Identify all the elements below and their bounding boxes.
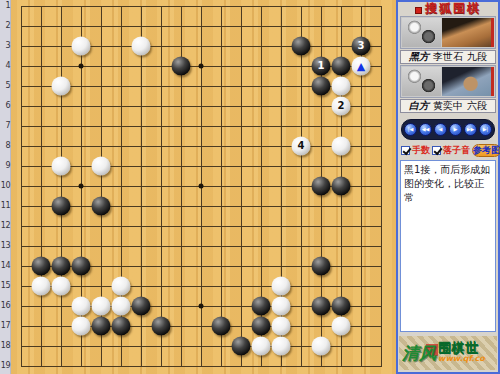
white-stone <box>72 317 91 336</box>
white-player-rank: 六段 <box>467 100 487 112</box>
black-stone <box>252 297 271 316</box>
black-stone <box>312 297 331 316</box>
black-stone <box>152 317 171 336</box>
star-point <box>199 64 204 69</box>
ctrl-fast-forward-button[interactable]: ▶▶ <box>464 123 477 136</box>
sidebar: 搜狐围棋 黑方 李世石 九段 白方 黄奕中 六段 |◀◀ <box>392 0 500 374</box>
black-player-panel <box>400 16 496 49</box>
logo-text-block: 围棋世 www.qf.co <box>438 342 485 364</box>
row-label-11: 11 <box>0 201 10 211</box>
white-player-name-bar: 白方 黄奕中 六段 <box>400 99 496 113</box>
row-label-14: 14 <box>0 261 10 271</box>
white-stone <box>92 157 111 176</box>
ctrl-fast-back-button[interactable]: ◀◀ <box>419 123 432 136</box>
black-player-rank: 九段 <box>467 51 487 63</box>
black-stones-thumbnail <box>402 18 441 47</box>
black-stone <box>212 317 231 336</box>
white-stone <box>272 317 291 336</box>
row-label-4: 4 <box>0 61 10 71</box>
white-stone <box>72 37 91 56</box>
ctrl-back-button[interactable]: ◀ <box>434 123 447 136</box>
row-label-3: 3 <box>0 41 10 51</box>
black-stone <box>332 177 351 196</box>
white-stone <box>272 297 291 316</box>
ctrl-last-button[interactable]: ▶| <box>479 123 492 136</box>
black-player-name: 李世石 <box>433 51 463 63</box>
stone-sound-label: 落子音 <box>443 144 470 157</box>
black-stone <box>92 317 111 336</box>
goban[interactable]: 12345678910111213141516171819 1234▲ <box>0 0 392 374</box>
white-stone <box>52 157 71 176</box>
white-player-name: 黄奕中 <box>433 100 463 112</box>
move-number-2: 2 <box>338 101 345 111</box>
black-stone <box>312 257 331 276</box>
row-label-13: 13 <box>0 241 10 251</box>
black-stone <box>172 57 191 76</box>
black-stone <box>32 257 51 276</box>
app-title: 搜狐围棋 <box>425 2 481 15</box>
black-stone <box>312 77 331 96</box>
move-number-4: 4 <box>298 141 305 151</box>
white-stone <box>252 337 271 356</box>
logo-brand-calligraphy: 清风 <box>402 342 436 365</box>
options-row: 手数 落子音 参考图 <box>399 143 497 157</box>
black-stone <box>332 297 351 316</box>
white-stone <box>112 297 131 316</box>
row-label-16: 16 <box>0 301 10 311</box>
black-stone <box>112 317 131 336</box>
row-label-8: 8 <box>0 141 10 151</box>
black-stone <box>312 177 331 196</box>
row-label-19: 19 <box>0 361 10 371</box>
black-stone <box>252 317 271 336</box>
side-panel: 搜狐围棋 黑方 李世石 九段 白方 黄奕中 六段 |◀◀ <box>396 0 500 374</box>
move-numbers-checkbox[interactable] <box>401 146 410 155</box>
row-label-9: 9 <box>0 161 10 171</box>
row-label-10: 10 <box>0 181 10 191</box>
star-point <box>199 184 204 189</box>
go-review-window: 12345678910111213141516171819 1234▲ 搜狐围棋… <box>0 0 500 374</box>
white-stone <box>132 37 151 56</box>
white-stone <box>272 337 291 356</box>
commentary-text: 黑1接，而后形成如图的变化，比较正常 <box>404 164 490 203</box>
ctrl-forward-button[interactable]: ▶ <box>449 123 462 136</box>
black-stone <box>72 257 91 276</box>
site-logo: 清风 围棋世 www.qf.co <box>399 336 497 370</box>
row-label-12: 12 <box>0 221 10 231</box>
row-label-7: 7 <box>0 121 10 131</box>
move-numbers-label: 手数 <box>412 144 430 157</box>
black-stone <box>232 337 251 356</box>
row-label-17: 17 <box>0 321 10 331</box>
white-stone <box>332 317 351 336</box>
star-point <box>79 184 84 189</box>
white-stones-thumbnail <box>402 67 441 96</box>
white-stone <box>52 77 71 96</box>
last-move-triangle-marker: ▲ <box>357 61 365 72</box>
white-stone <box>52 277 71 296</box>
row-label-5: 5 <box>0 81 10 91</box>
star-point <box>199 304 204 309</box>
black-stone <box>92 197 111 216</box>
white-stone <box>332 137 351 156</box>
row-label-15: 15 <box>0 281 10 291</box>
logo-title: 围棋世 <box>438 342 485 353</box>
commentary-box: 黑1接，而后形成如图的变化，比较正常 <box>400 160 496 332</box>
white-stone <box>32 277 51 296</box>
black-stone <box>332 57 351 76</box>
move-number-1: 1 <box>318 61 325 71</box>
white-side-label: 白方 <box>409 100 429 112</box>
white-stone <box>332 77 351 96</box>
white-player-panel <box>400 65 496 98</box>
black-side-label: 黑方 <box>409 51 429 63</box>
app-icon <box>415 7 422 14</box>
white-stone <box>312 337 331 356</box>
playback-controls: |◀◀◀◀▶▶▶▶| <box>401 119 495 140</box>
black-player-photo <box>442 18 494 47</box>
ctrl-first-button[interactable]: |◀ <box>404 123 417 136</box>
white-stone <box>92 297 111 316</box>
row-label-18: 18 <box>0 341 10 351</box>
black-stone <box>52 257 71 276</box>
row-label-6: 6 <box>0 101 10 111</box>
title-bar: 搜狐围棋 <box>399 2 497 15</box>
row-coordinates: 12345678910111213141516171819 <box>0 0 11 374</box>
reference-diagram-button[interactable]: 参考图 <box>472 144 500 157</box>
black-stone <box>52 197 71 216</box>
white-player-photo <box>442 67 494 96</box>
white-stone <box>72 297 91 316</box>
star-point <box>79 64 84 69</box>
stone-sound-checkbox[interactable] <box>432 146 441 155</box>
row-label-1: 1 <box>0 1 10 11</box>
black-stone <box>292 37 311 56</box>
white-stone <box>272 277 291 296</box>
row-label-2: 2 <box>0 21 10 31</box>
black-player-name-bar: 黑方 李世石 九段 <box>400 50 496 64</box>
black-stone <box>132 297 151 316</box>
white-stone <box>112 277 131 296</box>
move-number-3: 3 <box>358 41 365 51</box>
logo-url: www.qf.co <box>438 353 485 364</box>
